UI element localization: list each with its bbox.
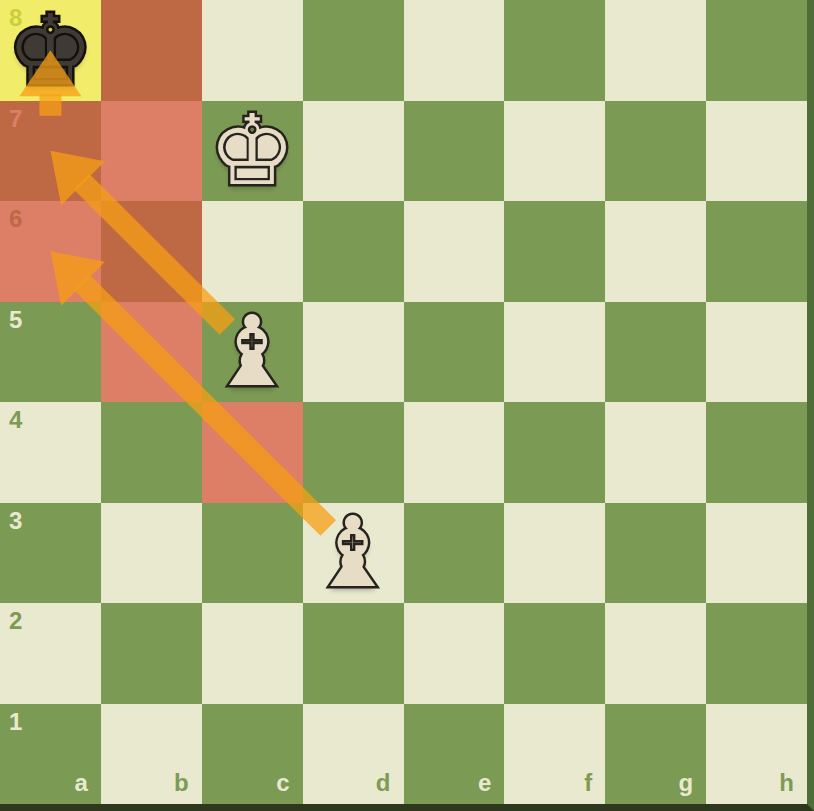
square-c4[interactable]	[202, 402, 303, 503]
square-a8[interactable]: 8	[0, 0, 101, 101]
highlight-red-c4	[202, 402, 303, 503]
rank-label-2: 2	[9, 609, 22, 633]
square-d3[interactable]	[303, 503, 404, 604]
square-b2[interactable]	[101, 603, 202, 704]
square-c2[interactable]	[202, 603, 303, 704]
square-g4[interactable]	[605, 402, 706, 503]
square-c1[interactable]: c	[202, 704, 303, 805]
square-f1[interactable]: f	[504, 704, 605, 805]
square-f3[interactable]	[504, 503, 605, 604]
file-label-h: h	[779, 771, 794, 795]
square-e7[interactable]	[404, 101, 505, 202]
square-d5[interactable]	[303, 302, 404, 403]
rank-label-3: 3	[9, 509, 22, 533]
square-e3[interactable]	[404, 503, 505, 604]
square-b8[interactable]	[101, 0, 202, 101]
square-f5[interactable]	[504, 302, 605, 403]
rank-label-4: 4	[9, 408, 22, 432]
square-f2[interactable]	[504, 603, 605, 704]
square-f7[interactable]	[504, 101, 605, 202]
square-h7[interactable]	[706, 101, 807, 202]
square-f6[interactable]	[504, 201, 605, 302]
square-d1[interactable]: d	[303, 704, 404, 805]
square-g5[interactable]	[605, 302, 706, 403]
square-c3[interactable]	[202, 503, 303, 604]
file-label-b: b	[174, 771, 189, 795]
file-label-d: d	[376, 771, 391, 795]
square-b7[interactable]	[101, 101, 202, 202]
square-e2[interactable]	[404, 603, 505, 704]
highlight-red-b5	[101, 302, 202, 403]
square-e4[interactable]	[404, 402, 505, 503]
square-c5[interactable]	[202, 302, 303, 403]
square-e5[interactable]	[404, 302, 505, 403]
square-a6[interactable]: 6	[0, 201, 101, 302]
rank-label-5: 5	[9, 308, 22, 332]
board-squares: 87654321abcdefgh	[0, 0, 807, 804]
square-a4[interactable]: 4	[0, 402, 101, 503]
square-g3[interactable]	[605, 503, 706, 604]
highlight-red-b7	[101, 101, 202, 202]
square-g7[interactable]	[605, 101, 706, 202]
square-b3[interactable]	[101, 503, 202, 604]
square-b1[interactable]: b	[101, 704, 202, 805]
square-d4[interactable]	[303, 402, 404, 503]
square-h4[interactable]	[706, 402, 807, 503]
square-c6[interactable]	[202, 201, 303, 302]
white-bishop[interactable]	[303, 503, 404, 604]
file-label-g: g	[678, 771, 693, 795]
square-h3[interactable]	[706, 503, 807, 604]
square-d2[interactable]	[303, 603, 404, 704]
square-d7[interactable]	[303, 101, 404, 202]
square-d8[interactable]	[303, 0, 404, 101]
square-g6[interactable]	[605, 201, 706, 302]
chess-board: 87654321abcdefgh	[0, 0, 814, 811]
square-a2[interactable]: 2	[0, 603, 101, 704]
square-e6[interactable]	[404, 201, 505, 302]
rank-label-1: 1	[9, 710, 22, 734]
chess-app: 87654321abcdefgh	[0, 0, 814, 811]
square-h5[interactable]	[706, 302, 807, 403]
square-d6[interactable]	[303, 201, 404, 302]
square-a7[interactable]: 7	[0, 101, 101, 202]
square-c8[interactable]	[202, 0, 303, 101]
square-b5[interactable]	[101, 302, 202, 403]
white-bishop[interactable]	[202, 302, 303, 403]
square-b4[interactable]	[101, 402, 202, 503]
file-label-c: c	[276, 771, 289, 795]
file-label-a: a	[75, 771, 88, 795]
highlight-red-b8	[101, 0, 202, 101]
square-e8[interactable]	[404, 0, 505, 101]
square-h8[interactable]	[706, 0, 807, 101]
square-a5[interactable]: 5	[0, 302, 101, 403]
square-g2[interactable]	[605, 603, 706, 704]
square-f4[interactable]	[504, 402, 605, 503]
rank-label-6: 6	[9, 207, 22, 231]
file-label-e: e	[478, 771, 491, 795]
square-a1[interactable]: 1a	[0, 704, 101, 805]
highlight-red-b6	[101, 201, 202, 302]
square-b6[interactable]	[101, 201, 202, 302]
square-f8[interactable]	[504, 0, 605, 101]
rank-label-7: 7	[9, 107, 22, 131]
white-king[interactable]	[202, 101, 303, 202]
square-c7[interactable]	[202, 101, 303, 202]
file-label-f: f	[584, 771, 592, 795]
square-e1[interactable]: e	[404, 704, 505, 805]
black-king[interactable]	[0, 0, 101, 101]
square-h2[interactable]	[706, 603, 807, 704]
square-g8[interactable]	[605, 0, 706, 101]
square-h6[interactable]	[706, 201, 807, 302]
square-g1[interactable]: g	[605, 704, 706, 805]
square-h1[interactable]: h	[706, 704, 807, 805]
square-a3[interactable]: 3	[0, 503, 101, 604]
